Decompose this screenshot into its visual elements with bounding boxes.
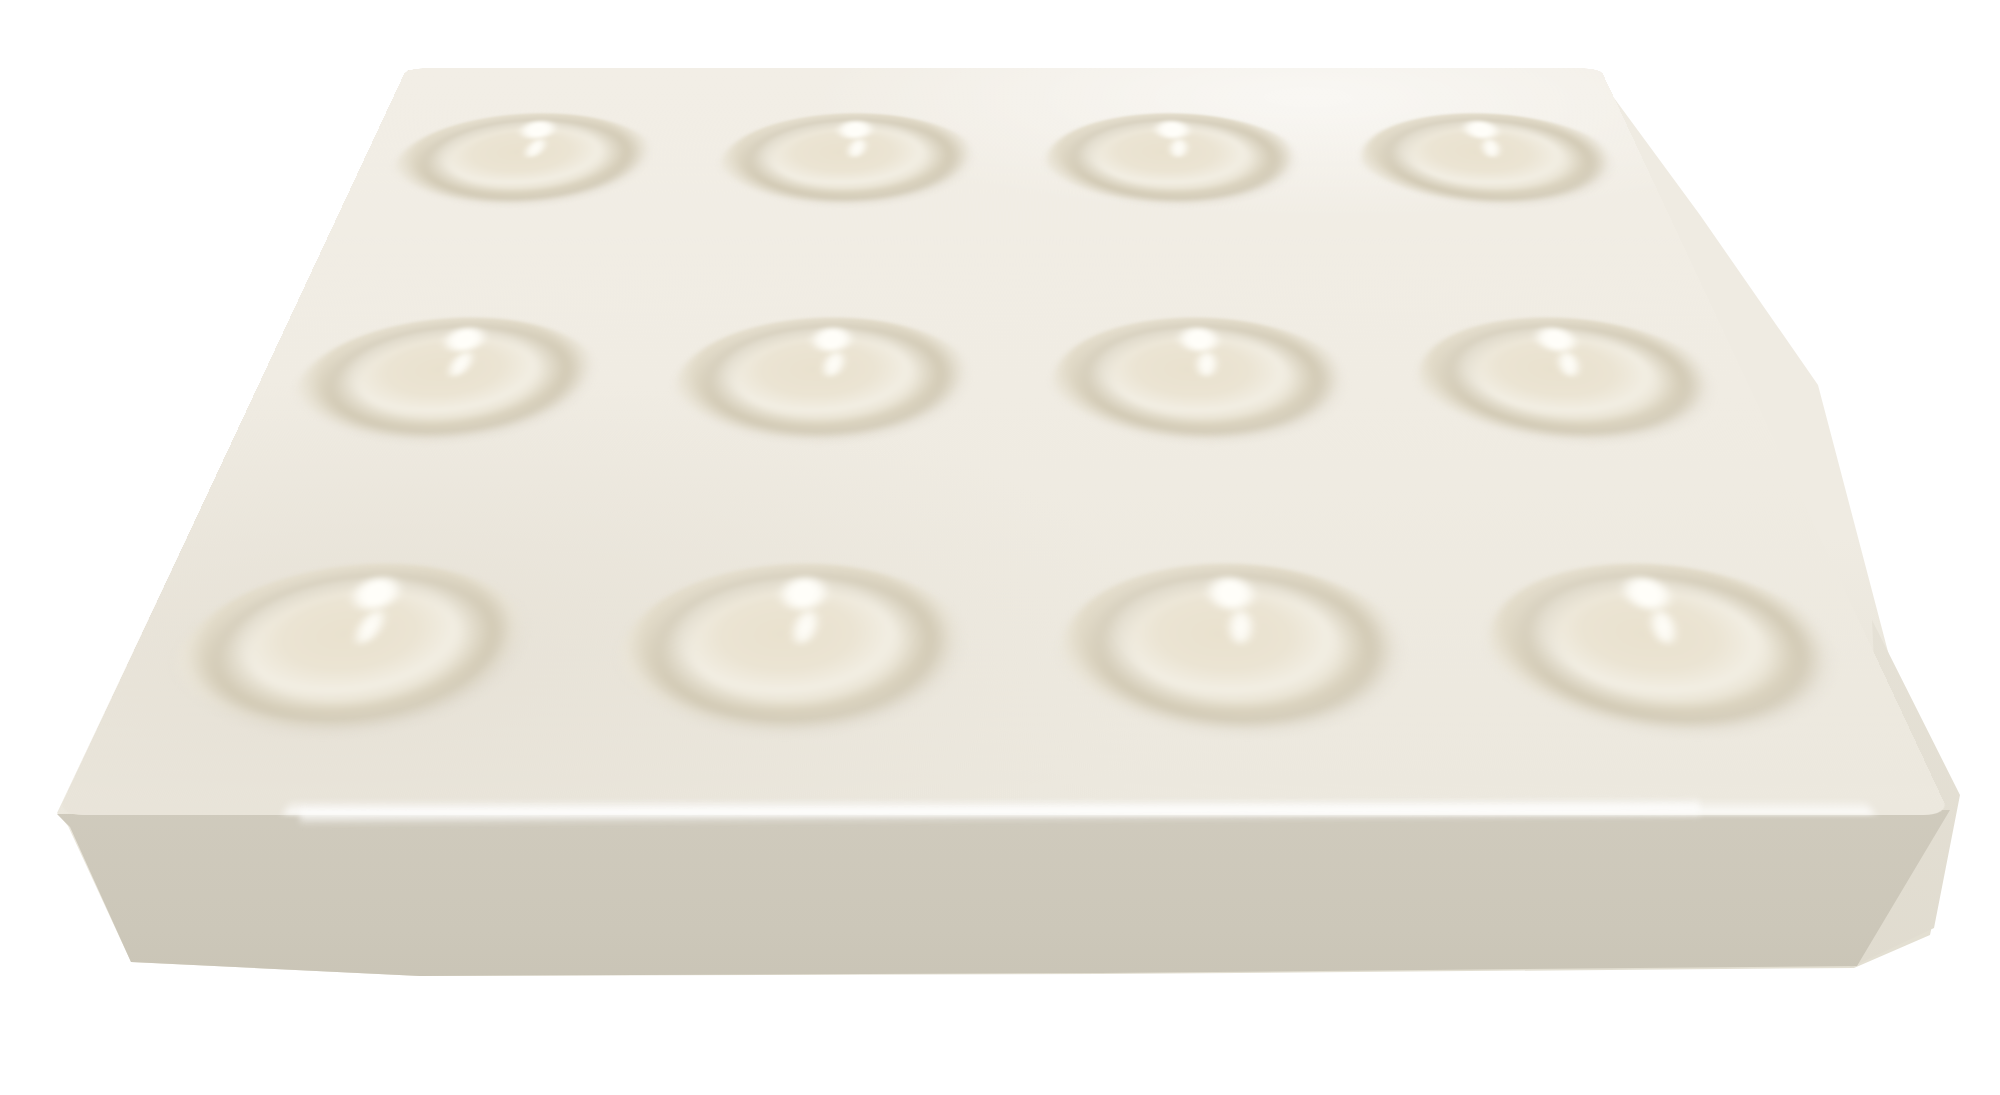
- well-cell-r3c1: [57, 514, 607, 815]
- well-cell-r2c1: [198, 270, 663, 514]
- well-cell-r1c1: [312, 68, 709, 270]
- well-cell-r3c4: [1423, 514, 1950, 815]
- well-cell-r1c2: [663, 68, 1014, 270]
- well-cell-r1c4: [1315, 68, 1695, 270]
- well-r1c3: [1045, 113, 1315, 214]
- photo-scene: mancala-style 12-pit board (white porcel…: [0, 0, 2000, 1095]
- well-cell-r2c3: [1013, 270, 1423, 514]
- well-r3c4: [1468, 564, 1885, 750]
- well-r2c1: [267, 317, 614, 453]
- well-r1c4: [1349, 113, 1642, 214]
- well-r2c4: [1403, 317, 1751, 453]
- well-r2c3: [1051, 317, 1367, 453]
- well-r3c1: [136, 564, 551, 750]
- well-cell-r1c3: [1012, 68, 1364, 270]
- well-r3c2: [600, 564, 971, 750]
- well-r1c1: [374, 113, 667, 214]
- well-r1c2: [711, 113, 980, 214]
- well-cell-r3c2: [537, 514, 1017, 815]
- well-cell-r2c2: [607, 270, 1015, 514]
- well-r3c3: [1059, 564, 1433, 750]
- well-r2c2: [661, 317, 976, 453]
- well-cell-r3c3: [1015, 514, 1497, 815]
